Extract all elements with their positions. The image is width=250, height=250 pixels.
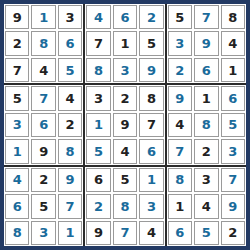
sudoku-cell-r2c6[interactable]: 5	[139, 31, 163, 55]
sudoku-cell-r9c7[interactable]: 6	[168, 221, 192, 245]
sudoku-cell-r3c6[interactable]: 9	[139, 58, 163, 82]
sudoku-cell-r6c3[interactable]: 8	[58, 139, 82, 163]
sudoku-cell-r6c1[interactable]: 1	[5, 139, 29, 163]
sudoku-cell-r8c8[interactable]: 4	[194, 194, 218, 218]
sudoku-cell-r3c7[interactable]: 2	[168, 58, 192, 82]
sudoku-cell-r1c8[interactable]: 7	[194, 5, 218, 29]
sudoku-cell-r6c5[interactable]: 4	[113, 139, 137, 163]
sudoku-cell-r5c6[interactable]: 7	[139, 113, 163, 137]
sudoku-cell-r1c3[interactable]: 3	[58, 5, 82, 29]
sudoku-cell-r3c1[interactable]: 7	[5, 58, 29, 82]
sudoku-cell-r5c2[interactable]: 6	[31, 113, 55, 137]
sudoku-cell-r1c2[interactable]: 1	[31, 5, 55, 29]
sudoku-cell-r4c1[interactable]: 5	[5, 86, 29, 110]
sudoku-cell-r9c6[interactable]: 4	[139, 221, 163, 245]
sudoku-cell-r4c9[interactable]: 6	[221, 86, 245, 110]
sudoku-cell-r1c4[interactable]: 4	[86, 5, 110, 29]
sudoku-cell-r7c8[interactable]: 3	[194, 168, 218, 192]
sudoku-cell-r8c5[interactable]: 8	[113, 194, 137, 218]
sudoku-cell-r3c8[interactable]: 6	[194, 58, 218, 82]
sudoku-cell-r3c9[interactable]: 1	[221, 58, 245, 82]
sudoku-cell-r4c3[interactable]: 4	[58, 86, 82, 110]
sudoku-cell-r6c6[interactable]: 6	[139, 139, 163, 163]
sudoku-cell-r4c6[interactable]: 8	[139, 86, 163, 110]
sudoku-cell-r2c3[interactable]: 6	[58, 31, 82, 55]
sudoku-cell-r7c9[interactable]: 7	[221, 168, 245, 192]
sudoku-box: 578394261	[167, 4, 246, 83]
sudoku-cell-r8c4[interactable]: 2	[86, 194, 110, 218]
sudoku-box: 574362198	[4, 85, 83, 164]
sudoku-cell-r2c2[interactable]: 8	[31, 31, 55, 55]
sudoku-cell-r9c2[interactable]: 3	[31, 221, 55, 245]
sudoku-cell-r2c7[interactable]: 3	[168, 31, 192, 55]
sudoku-cell-r5c8[interactable]: 8	[194, 113, 218, 137]
sudoku-cell-r7c5[interactable]: 5	[113, 168, 137, 192]
sudoku-cell-r4c7[interactable]: 9	[168, 86, 192, 110]
sudoku-cell-r1c6[interactable]: 2	[139, 5, 163, 29]
sudoku-cell-r7c7[interactable]: 8	[168, 168, 192, 192]
sudoku-cell-r9c4[interactable]: 9	[86, 221, 110, 245]
sudoku-cell-r8c7[interactable]: 1	[168, 194, 192, 218]
sudoku-cell-r4c4[interactable]: 3	[86, 86, 110, 110]
sudoku-cell-r9c1[interactable]: 8	[5, 221, 29, 245]
sudoku-cell-r4c5[interactable]: 2	[113, 86, 137, 110]
sudoku-cell-r5c5[interactable]: 9	[113, 113, 137, 137]
sudoku-cell-r2c1[interactable]: 2	[5, 31, 29, 55]
sudoku-cell-r5c3[interactable]: 2	[58, 113, 82, 137]
sudoku-box: 837149652	[167, 167, 246, 246]
sudoku-cell-r6c7[interactable]: 7	[168, 139, 192, 163]
sudoku-cell-r7c4[interactable]: 6	[86, 168, 110, 192]
sudoku-cell-r6c2[interactable]: 9	[31, 139, 55, 163]
sudoku-cell-r9c8[interactable]: 5	[194, 221, 218, 245]
sudoku-board: 9132867454627158395783942615743621983281…	[0, 0, 250, 250]
sudoku-box: 651283974	[85, 167, 164, 246]
sudoku-box: 328197546	[85, 85, 164, 164]
sudoku-cell-r7c3[interactable]: 9	[58, 168, 82, 192]
sudoku-cell-r4c2[interactable]: 7	[31, 86, 55, 110]
sudoku-cell-r5c4[interactable]: 1	[86, 113, 110, 137]
sudoku-cell-r1c9[interactable]: 8	[221, 5, 245, 29]
sudoku-box: 916485723	[167, 85, 246, 164]
sudoku-cell-r2c4[interactable]: 7	[86, 31, 110, 55]
sudoku-cell-r6c4[interactable]: 5	[86, 139, 110, 163]
sudoku-cell-r3c5[interactable]: 3	[113, 58, 137, 82]
sudoku-cell-r6c9[interactable]: 3	[221, 139, 245, 163]
sudoku-cell-r1c1[interactable]: 9	[5, 5, 29, 29]
sudoku-cell-r2c5[interactable]: 1	[113, 31, 137, 55]
sudoku-cell-r9c9[interactable]: 2	[221, 221, 245, 245]
sudoku-cell-r2c9[interactable]: 4	[221, 31, 245, 55]
sudoku-box: 913286745	[4, 4, 83, 83]
sudoku-cell-r9c3[interactable]: 1	[58, 221, 82, 245]
sudoku-cell-r3c4[interactable]: 8	[86, 58, 110, 82]
sudoku-cell-r3c2[interactable]: 4	[31, 58, 55, 82]
sudoku-cell-r4c8[interactable]: 1	[194, 86, 218, 110]
sudoku-cell-r8c1[interactable]: 6	[5, 194, 29, 218]
sudoku-cell-r1c5[interactable]: 6	[113, 5, 137, 29]
sudoku-cell-r8c9[interactable]: 9	[221, 194, 245, 218]
sudoku-cell-r3c3[interactable]: 5	[58, 58, 82, 82]
sudoku-cell-r7c1[interactable]: 4	[5, 168, 29, 192]
sudoku-cell-r5c1[interactable]: 3	[5, 113, 29, 137]
sudoku-cell-r2c8[interactable]: 9	[194, 31, 218, 55]
sudoku-cell-r5c7[interactable]: 4	[168, 113, 192, 137]
sudoku-cell-r8c3[interactable]: 7	[58, 194, 82, 218]
sudoku-cell-r7c2[interactable]: 2	[31, 168, 55, 192]
sudoku-box: 429657831	[4, 167, 83, 246]
sudoku-cell-r9c5[interactable]: 7	[113, 221, 137, 245]
sudoku-cell-r6c8[interactable]: 2	[194, 139, 218, 163]
sudoku-cell-r5c9[interactable]: 5	[221, 113, 245, 137]
sudoku-cell-r8c2[interactable]: 5	[31, 194, 55, 218]
sudoku-cell-r8c6[interactable]: 3	[139, 194, 163, 218]
sudoku-cell-r7c6[interactable]: 1	[139, 168, 163, 192]
sudoku-box: 462715839	[85, 4, 164, 83]
sudoku-cell-r1c7[interactable]: 5	[168, 5, 192, 29]
